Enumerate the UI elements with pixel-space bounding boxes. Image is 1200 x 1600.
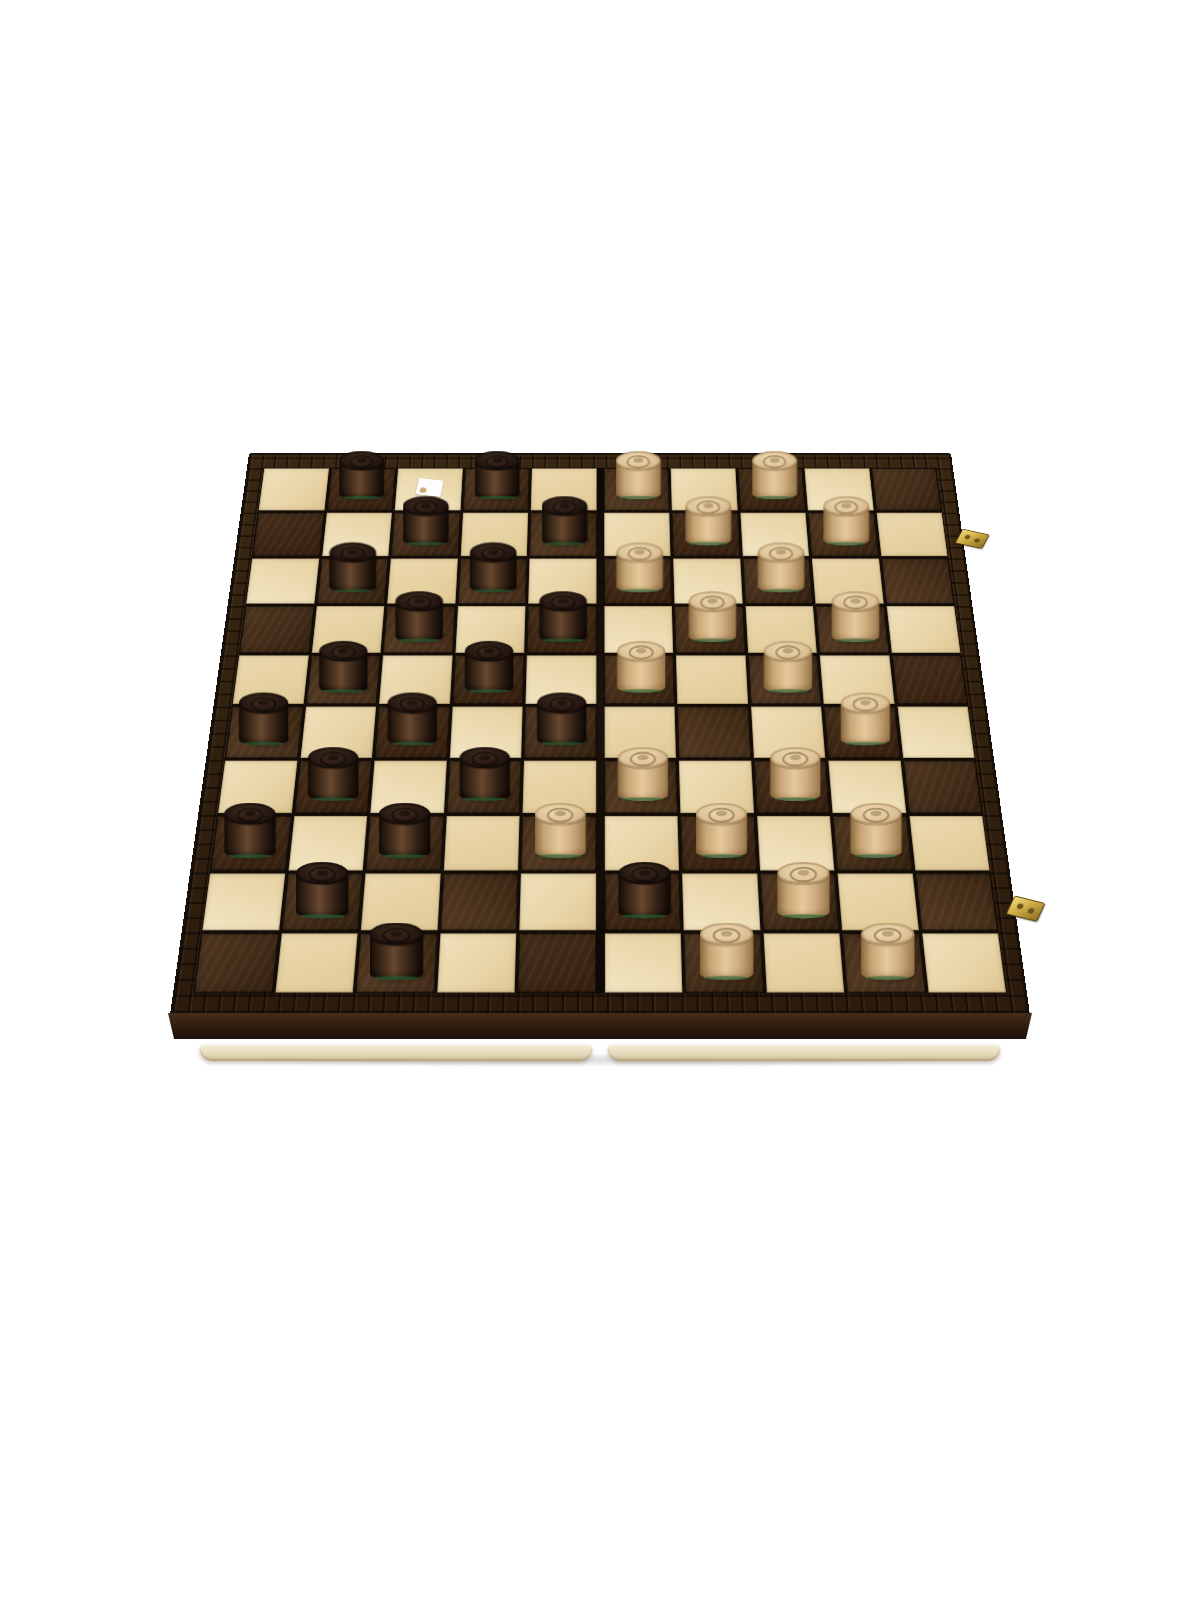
board-cell — [604, 933, 682, 992]
checkers-board-scene — [168, 500, 1032, 1075]
board-half-left — [193, 468, 597, 994]
board-cell — [763, 933, 844, 992]
board-cell — [370, 760, 446, 813]
board-cell — [391, 513, 460, 557]
board-cell — [871, 468, 941, 510]
board-cell — [379, 656, 452, 705]
board-cell — [842, 933, 925, 992]
board-cell — [383, 606, 455, 653]
board-cell — [259, 468, 329, 510]
board-cell — [218, 760, 297, 813]
board-cell — [311, 606, 384, 653]
board-cell — [322, 513, 392, 557]
board-cell — [194, 933, 278, 992]
board-cell — [820, 656, 894, 705]
board-cell — [604, 513, 671, 557]
board-half-right — [603, 468, 1007, 994]
board-cell — [327, 468, 396, 510]
board-cell — [458, 559, 527, 604]
board-cell — [837, 873, 918, 930]
board-cell — [440, 873, 518, 930]
board-cell — [677, 707, 750, 758]
board-cell — [915, 873, 997, 930]
board-cell — [225, 707, 302, 758]
board-cell — [757, 816, 835, 871]
board-cell — [742, 559, 812, 604]
board-cell — [903, 760, 982, 813]
board-cell — [529, 513, 596, 557]
board-surface — [170, 453, 1030, 1015]
board-cell — [518, 933, 596, 992]
board-cell — [443, 816, 519, 871]
board-cell — [317, 559, 389, 604]
board-cell — [437, 933, 517, 992]
board-cell — [828, 760, 906, 813]
board-cell — [460, 513, 528, 557]
board-cell — [881, 559, 954, 604]
board-cell — [682, 873, 760, 930]
board-cell — [922, 933, 1006, 992]
board-cell — [892, 656, 968, 705]
board-cell — [522, 760, 595, 813]
board-cell — [395, 468, 463, 510]
board-cell — [519, 873, 595, 930]
board-cell — [604, 606, 673, 653]
board-cell — [525, 656, 596, 705]
board-cell — [449, 707, 522, 758]
board-cell — [387, 559, 457, 604]
board-cell — [294, 760, 372, 813]
board-cell — [210, 816, 291, 871]
board-cell — [306, 656, 380, 705]
box-rim-left — [200, 1045, 592, 1061]
board-cell — [288, 816, 367, 871]
board-cell — [738, 468, 806, 510]
board-cell — [671, 468, 738, 510]
board-cell — [604, 468, 670, 510]
brass-hinge-icon — [1006, 896, 1046, 923]
board-cell — [604, 559, 672, 604]
board-cell — [452, 656, 524, 705]
board-cell — [246, 559, 319, 604]
board-cell — [463, 468, 530, 510]
product-photo — [0, 0, 1200, 1600]
board-cell — [909, 816, 990, 871]
board-cell — [812, 559, 884, 604]
board-cell — [751, 707, 826, 758]
board-cell — [300, 707, 376, 758]
board-cell — [366, 816, 444, 871]
board-cell — [356, 933, 437, 992]
board-cell — [754, 760, 830, 813]
board-cell — [531, 468, 597, 510]
board-cell — [239, 606, 313, 653]
board-cell — [804, 468, 873, 510]
board-front-edge — [168, 1013, 1032, 1039]
board-cell — [446, 760, 521, 813]
board-cell — [455, 606, 526, 653]
board-cell — [604, 873, 680, 930]
board-cell — [876, 513, 947, 557]
brass-hinge-icon — [955, 528, 990, 548]
board-cell — [604, 707, 676, 758]
board-cell — [897, 707, 974, 758]
board-cell — [679, 760, 754, 813]
board-cell — [748, 656, 821, 705]
board-cell — [521, 816, 596, 871]
board-cell — [680, 816, 756, 871]
board-cell — [816, 606, 889, 653]
board-cell — [604, 760, 677, 813]
board-cell — [740, 513, 809, 557]
board-cell — [676, 656, 748, 705]
board-cell — [604, 656, 675, 705]
board-cell — [282, 873, 363, 930]
board-cell — [202, 873, 284, 930]
board-cell — [886, 606, 960, 653]
board-cell — [361, 873, 440, 930]
board-cell — [275, 933, 358, 992]
board-cell — [672, 513, 740, 557]
board-cell — [824, 707, 900, 758]
board-cell — [604, 816, 679, 871]
board-cell — [375, 707, 450, 758]
board-cell — [808, 513, 878, 557]
board-cell — [527, 606, 596, 653]
board-cell — [233, 656, 309, 705]
board-cell — [252, 513, 323, 557]
board-halves — [193, 468, 1007, 994]
board-cell — [674, 606, 745, 653]
board-cell — [833, 816, 912, 871]
board-cell — [528, 559, 596, 604]
board-cell — [745, 606, 817, 653]
board-cell — [760, 873, 839, 930]
box-rim-right — [608, 1045, 1000, 1061]
board-cell — [684, 933, 764, 992]
board-cell — [524, 707, 596, 758]
board-cell — [673, 559, 742, 604]
